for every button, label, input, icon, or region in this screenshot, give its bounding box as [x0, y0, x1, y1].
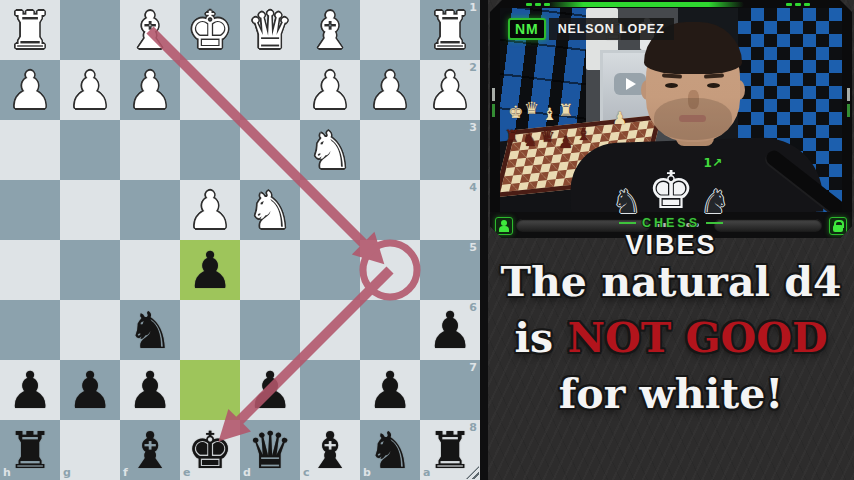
square-e7[interactable] — [180, 360, 240, 420]
square-b1[interactable] — [360, 0, 420, 60]
square-a3[interactable] — [420, 120, 480, 180]
white-pawn-f2[interactable]: ♟ — [120, 60, 180, 120]
square-e5[interactable]: ♟ — [180, 240, 240, 300]
square-h8[interactable]: ♜ — [0, 420, 60, 480]
square-b8[interactable]: ♞ — [360, 420, 420, 480]
square-d4[interactable]: ♞ — [240, 180, 300, 240]
title-badge: NM — [508, 18, 546, 40]
square-d6[interactable] — [240, 300, 300, 360]
white-knight-d4[interactable]: ♞ — [240, 180, 300, 240]
square-a2[interactable]: ♟ — [420, 60, 480, 120]
white-knight-c3[interactable]: ♞ — [300, 120, 360, 180]
black-bishop-f8[interactable]: ♝ — [120, 420, 180, 480]
white-queen-d1[interactable]: ♛ — [240, 0, 300, 60]
square-a6[interactable]: ♟ — [420, 300, 480, 360]
square-c6[interactable] — [300, 300, 360, 360]
square-b7[interactable]: ♟ — [360, 360, 420, 420]
knight-left-icon: ♞ — [612, 182, 642, 221]
square-c4[interactable] — [300, 180, 360, 240]
square-c8[interactable]: ♝ — [300, 420, 360, 480]
white-rook-a1[interactable]: ♜ — [420, 0, 480, 60]
square-h6[interactable] — [0, 300, 60, 360]
square-b5[interactable] — [360, 240, 420, 300]
black-rook-a8[interactable]: ♜ — [420, 420, 480, 480]
caption-text: The natural d4 is NOT GOOD for white! — [488, 254, 854, 422]
square-g5[interactable] — [60, 240, 120, 300]
square-e6[interactable] — [180, 300, 240, 360]
square-f2[interactable]: ♟ — [120, 60, 180, 120]
square-h2[interactable]: ♟ — [0, 60, 60, 120]
square-d2[interactable] — [240, 60, 300, 120]
streamer-name: NELSON LOPEZ — [549, 18, 674, 40]
square-c5[interactable] — [300, 240, 360, 300]
black-rook-h8[interactable]: ♜ — [0, 420, 60, 480]
square-c2[interactable]: ♟ — [300, 60, 360, 120]
square-f7[interactable]: ♟ — [120, 360, 180, 420]
square-e2[interactable] — [180, 60, 240, 120]
square-d3[interactable] — [240, 120, 300, 180]
white-king-e1[interactable]: ♚ — [180, 0, 240, 60]
black-knight-f6[interactable]: ♞ — [120, 300, 180, 360]
square-f5[interactable] — [120, 240, 180, 300]
square-g7[interactable]: ♟ — [60, 360, 120, 420]
caption-line-3: for white! — [488, 366, 854, 422]
square-g2[interactable]: ♟ — [60, 60, 120, 120]
square-a4[interactable] — [420, 180, 480, 240]
square-c1[interactable]: ♝ — [300, 0, 360, 60]
black-queen-d8[interactable]: ♛ — [240, 420, 300, 480]
square-a8[interactable]: ♜ — [420, 420, 480, 480]
black-knight-b8[interactable]: ♞ — [360, 420, 420, 480]
black-pawn-h7[interactable]: ♟ — [0, 360, 60, 420]
square-g6[interactable] — [60, 300, 120, 360]
square-d1[interactable]: ♛ — [240, 0, 300, 60]
square-b4[interactable] — [360, 180, 420, 240]
square-h3[interactable] — [0, 120, 60, 180]
caption-line-1: The natural d4 — [488, 254, 854, 310]
square-c3[interactable]: ♞ — [300, 120, 360, 180]
name-badge: NM NELSON LOPEZ — [508, 18, 674, 40]
black-pawn-f7[interactable]: ♟ — [120, 360, 180, 420]
knight-right-icon: ♞ — [700, 182, 730, 221]
square-h5[interactable] — [0, 240, 60, 300]
black-pawn-d7[interactable]: ♟ — [240, 360, 300, 420]
caption-highlight: NOT GOOD — [567, 314, 827, 362]
square-f4[interactable] — [120, 180, 180, 240]
square-e3[interactable] — [180, 120, 240, 180]
square-f6[interactable]: ♞ — [120, 300, 180, 360]
square-e4[interactable]: ♟ — [180, 180, 240, 240]
green-top-bar — [548, 2, 744, 7]
square-d5[interactable] — [240, 240, 300, 300]
white-bishop-c1[interactable]: ♝ — [300, 0, 360, 60]
square-g3[interactable] — [60, 120, 120, 180]
square-h1[interactable]: ♜ — [0, 0, 60, 60]
logo-vibes-text: VIBES — [586, 230, 756, 261]
square-a7[interactable] — [420, 360, 480, 420]
video-frame: ♜♝♚♛♝♜♟♟♟♟♟♟♞♟♞♟♞♟♟♟♟♟♟♜♝♚♛♝♞♜12345678hg… — [0, 0, 854, 480]
square-f3[interactable] — [120, 120, 180, 180]
square-g1[interactable] — [60, 0, 120, 60]
square-d7[interactable]: ♟ — [240, 360, 300, 420]
chessvibes-logo: ♞ ♚ ♞ 1↗ CHESS VIBES — [586, 158, 756, 261]
right-panel: ♚ ♚ ♛ ♝ ♜ ♟ ♜ ♞ ♛ ♟ ♝ — [488, 0, 854, 480]
black-pawn-a6[interactable]: ♟ — [420, 300, 480, 360]
square-f1[interactable]: ♝ — [120, 0, 180, 60]
green-dashes-left — [526, 3, 550, 6]
white-pawn-h2[interactable]: ♟ — [0, 60, 60, 120]
white-pawn-c2[interactable]: ♟ — [300, 60, 360, 120]
square-f8[interactable]: ♝ — [120, 420, 180, 480]
square-d8[interactable]: ♛ — [240, 420, 300, 480]
chess-board[interactable]: ♜♝♚♛♝♜♟♟♟♟♟♟♞♟♞♟♞♟♟♟♟♟♟♜♝♚♛♝♞♜12345678hg… — [0, 0, 480, 480]
white-bishop-f1[interactable]: ♝ — [120, 0, 180, 60]
white-rook-h1[interactable]: ♜ — [0, 0, 60, 60]
square-g8[interactable] — [60, 420, 120, 480]
square-a5[interactable] — [420, 240, 480, 300]
black-pawn-e5[interactable]: ♟ — [180, 240, 240, 300]
white-pawn-g2[interactable]: ♟ — [60, 60, 120, 120]
square-c7[interactable] — [300, 360, 360, 420]
black-bishop-c8[interactable]: ♝ — [300, 420, 360, 480]
king-icon: ♚ — [648, 160, 695, 220]
square-e1[interactable]: ♚ — [180, 0, 240, 60]
square-g4[interactable] — [60, 180, 120, 240]
black-king-e8[interactable]: ♚ — [180, 420, 240, 480]
square-h4[interactable] — [0, 180, 60, 240]
white-pawn-e4[interactable]: ♟ — [180, 180, 240, 240]
square-b6[interactable] — [360, 300, 420, 360]
lock-icon — [829, 217, 847, 235]
square-h7[interactable]: ♟ — [0, 360, 60, 420]
black-pawn-b7[interactable]: ♟ — [360, 360, 420, 420]
square-e8[interactable]: ♚ — [180, 420, 240, 480]
subscriber-person-icon — [495, 217, 513, 235]
black-pawn-g7[interactable]: ♟ — [60, 360, 120, 420]
square-b3[interactable] — [360, 120, 420, 180]
green-dashes-right — [786, 3, 810, 6]
square-b2[interactable]: ♟ — [360, 60, 420, 120]
caption-line-2: is NOT GOOD — [488, 310, 854, 366]
white-pawn-b2[interactable]: ♟ — [360, 60, 420, 120]
green-arrow-icon: 1↗ — [704, 156, 722, 170]
square-a1[interactable]: ♜ — [420, 0, 480, 60]
white-pawn-a2[interactable]: ♟ — [420, 60, 480, 120]
